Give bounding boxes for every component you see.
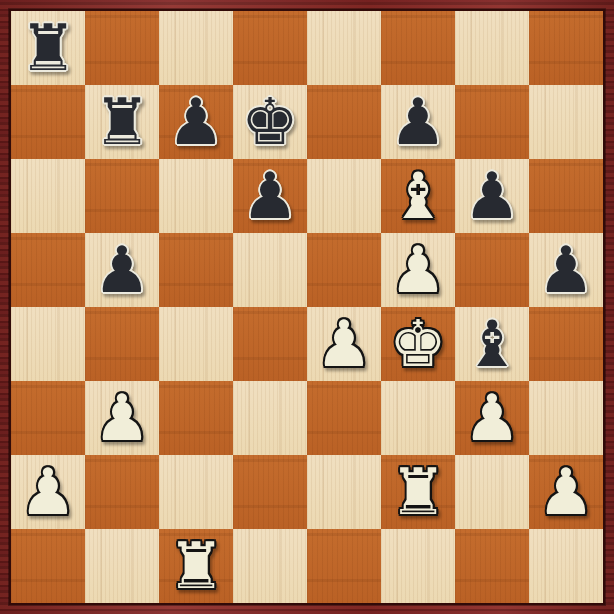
square-h6[interactable] xyxy=(529,159,603,233)
square-e7[interactable] xyxy=(307,85,381,159)
square-f2[interactable]: ♜ xyxy=(381,455,455,529)
square-e8[interactable] xyxy=(307,11,381,85)
square-b8[interactable] xyxy=(85,11,159,85)
square-g6[interactable]: ♟ xyxy=(455,159,529,233)
square-b4[interactable] xyxy=(85,307,159,381)
square-h1[interactable] xyxy=(529,529,603,603)
square-d3[interactable] xyxy=(233,381,307,455)
square-g5[interactable] xyxy=(455,233,529,307)
piece-white-rook-f2[interactable]: ♜ xyxy=(381,455,455,529)
piece-white-bishop-f6[interactable]: ♝ xyxy=(381,159,455,233)
chess-board-frame: ♜♜♟♚♟♟♝♟♟♟♟♟♚♝♟♟♟♜♟♜ xyxy=(0,0,614,614)
square-a4[interactable] xyxy=(11,307,85,381)
square-c7[interactable]: ♟ xyxy=(159,85,233,159)
square-d6[interactable]: ♟ xyxy=(233,159,307,233)
piece-black-bishop-g4[interactable]: ♝ xyxy=(455,307,529,381)
square-h3[interactable] xyxy=(529,381,603,455)
piece-black-pawn-f7[interactable]: ♟ xyxy=(381,85,455,159)
square-e5[interactable] xyxy=(307,233,381,307)
square-b5[interactable]: ♟ xyxy=(85,233,159,307)
square-a5[interactable] xyxy=(11,233,85,307)
piece-white-pawn-a2[interactable]: ♟ xyxy=(11,455,85,529)
piece-black-pawn-d6[interactable]: ♟ xyxy=(233,159,307,233)
piece-white-pawn-b3[interactable]: ♟ xyxy=(85,381,159,455)
piece-white-pawn-g3[interactable]: ♟ xyxy=(455,381,529,455)
piece-white-pawn-f5[interactable]: ♟ xyxy=(381,233,455,307)
square-f6[interactable]: ♝ xyxy=(381,159,455,233)
square-a3[interactable] xyxy=(11,381,85,455)
square-c6[interactable] xyxy=(159,159,233,233)
square-g8[interactable] xyxy=(455,11,529,85)
square-h7[interactable] xyxy=(529,85,603,159)
square-h2[interactable]: ♟ xyxy=(529,455,603,529)
square-c3[interactable] xyxy=(159,381,233,455)
square-c4[interactable] xyxy=(159,307,233,381)
chess-board: ♜♜♟♚♟♟♝♟♟♟♟♟♚♝♟♟♟♜♟♜ xyxy=(11,11,603,603)
square-c5[interactable] xyxy=(159,233,233,307)
square-e2[interactable] xyxy=(307,455,381,529)
square-b3[interactable]: ♟ xyxy=(85,381,159,455)
square-d1[interactable] xyxy=(233,529,307,603)
square-f1[interactable] xyxy=(381,529,455,603)
square-a8[interactable]: ♜ xyxy=(11,11,85,85)
square-b6[interactable] xyxy=(85,159,159,233)
piece-white-king-f4[interactable]: ♚ xyxy=(381,307,455,381)
piece-black-rook-b7[interactable]: ♜ xyxy=(85,85,159,159)
piece-white-pawn-e4[interactable]: ♟ xyxy=(307,307,381,381)
square-f7[interactable]: ♟ xyxy=(381,85,455,159)
square-d7[interactable]: ♚ xyxy=(233,85,307,159)
square-h8[interactable] xyxy=(529,11,603,85)
square-d8[interactable] xyxy=(233,11,307,85)
square-d5[interactable] xyxy=(233,233,307,307)
square-e4[interactable]: ♟ xyxy=(307,307,381,381)
square-e1[interactable] xyxy=(307,529,381,603)
piece-white-rook-c1[interactable]: ♜ xyxy=(159,529,233,603)
square-a6[interactable] xyxy=(11,159,85,233)
square-e6[interactable] xyxy=(307,159,381,233)
square-f5[interactable]: ♟ xyxy=(381,233,455,307)
square-g2[interactable] xyxy=(455,455,529,529)
square-b7[interactable]: ♜ xyxy=(85,85,159,159)
square-b1[interactable] xyxy=(85,529,159,603)
square-c1[interactable]: ♜ xyxy=(159,529,233,603)
square-g1[interactable] xyxy=(455,529,529,603)
square-f8[interactable] xyxy=(381,11,455,85)
square-b2[interactable] xyxy=(85,455,159,529)
square-a1[interactable] xyxy=(11,529,85,603)
square-h5[interactable]: ♟ xyxy=(529,233,603,307)
square-e3[interactable] xyxy=(307,381,381,455)
square-g7[interactable] xyxy=(455,85,529,159)
square-c8[interactable] xyxy=(159,11,233,85)
piece-white-pawn-h2[interactable]: ♟ xyxy=(529,455,603,529)
piece-black-pawn-g6[interactable]: ♟ xyxy=(455,159,529,233)
square-g3[interactable]: ♟ xyxy=(455,381,529,455)
square-c2[interactable] xyxy=(159,455,233,529)
square-f3[interactable] xyxy=(381,381,455,455)
piece-black-pawn-c7[interactable]: ♟ xyxy=(159,85,233,159)
square-d2[interactable] xyxy=(233,455,307,529)
square-a2[interactable]: ♟ xyxy=(11,455,85,529)
square-a7[interactable] xyxy=(11,85,85,159)
square-f4[interactable]: ♚ xyxy=(381,307,455,381)
square-h4[interactable] xyxy=(529,307,603,381)
piece-black-pawn-b5[interactable]: ♟ xyxy=(85,233,159,307)
square-d4[interactable] xyxy=(233,307,307,381)
piece-black-rook-a8[interactable]: ♜ xyxy=(11,11,85,85)
square-g4[interactable]: ♝ xyxy=(455,307,529,381)
piece-black-king-d7[interactable]: ♚ xyxy=(233,85,307,159)
piece-black-pawn-h5[interactable]: ♟ xyxy=(529,233,603,307)
